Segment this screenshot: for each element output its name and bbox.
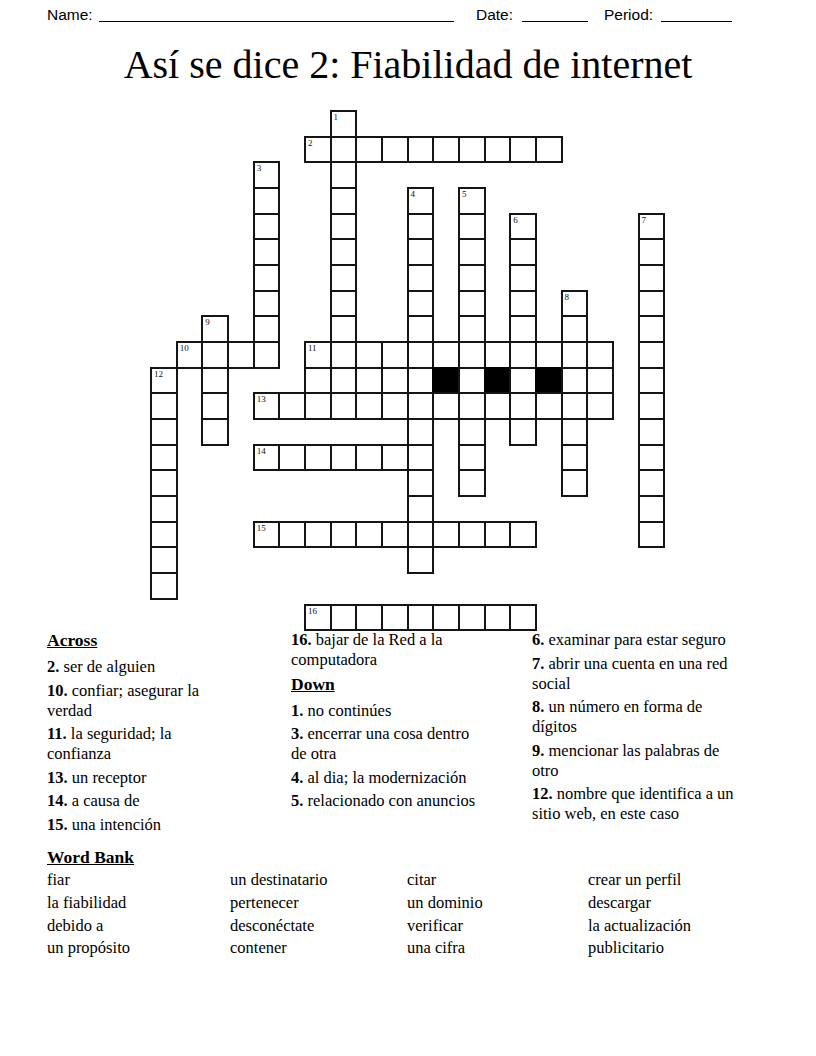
answer-cell-r10c7[interactable] — [330, 367, 358, 395]
puzzle-title: Así se dice 2: Fiabilidad de internet — [0, 42, 816, 88]
answer-cell-r9c8[interactable] — [355, 341, 383, 369]
clue-down-7: 7. abrir una cuenta en una red social — [532, 654, 744, 694]
answer-cell-r9c15[interactable] — [535, 341, 563, 369]
word-bank-column-3: citarun dominioverificaruna cifra — [407, 869, 483, 960]
answer-cell-r12c12[interactable] — [458, 418, 486, 446]
clue-down-9: 9. mencionar las palabras de otro — [532, 741, 744, 781]
cell-number-9: 9 — [205, 317, 210, 327]
clue-column-across: Across2. ser de alguien10. confiar; aseg… — [47, 630, 239, 838]
answer-cell-r15c19[interactable] — [638, 495, 666, 523]
clue-number-label: 8. — [532, 697, 544, 716]
answer-cell-r9c11[interactable] — [432, 341, 460, 369]
answer-cell-r7c16[interactable]: 8 — [561, 290, 589, 318]
word-bank-item: descargar — [588, 892, 691, 915]
answer-cell-r9c1[interactable]: 10 — [176, 341, 204, 369]
answer-cell-r7c4[interactable] — [253, 290, 281, 318]
clue-down-12: 12. nombre que identifica a un sitio web… — [532, 784, 744, 824]
answer-cell-r13c10[interactable] — [407, 444, 435, 472]
clue-column-middle: 16. bajar de la Red a la computadoraDown… — [291, 630, 481, 815]
period-label: Period: — [604, 6, 653, 24]
word-bank-item: publicitario — [588, 937, 691, 960]
clue-number-label: 12. — [532, 784, 553, 803]
black-cell-r10c15 — [535, 367, 563, 395]
answer-cell-r1c6[interactable]: 2 — [304, 136, 332, 164]
answer-cell-r1c10[interactable] — [407, 136, 435, 164]
answer-cell-r3c12[interactable]: 5 — [458, 187, 486, 215]
answer-cell-r16c0[interactable] — [150, 521, 178, 549]
answer-cell-r4c12[interactable] — [458, 213, 486, 241]
answer-cell-r11c15[interactable] — [535, 392, 563, 420]
answer-cell-r8c12[interactable] — [458, 315, 486, 343]
answer-cell-r11c14[interactable] — [509, 392, 537, 420]
answer-cell-r8c19[interactable] — [638, 315, 666, 343]
clue-across-13: 13. un receptor — [47, 768, 239, 788]
answer-cell-r12c2[interactable] — [201, 418, 229, 446]
answer-cell-r5c12[interactable] — [458, 238, 486, 266]
answer-cell-r11c9[interactable] — [381, 392, 409, 420]
cell-number-4: 4 — [411, 189, 416, 199]
answer-cell-r10c9[interactable] — [381, 367, 409, 395]
answer-cell-r16c4[interactable]: 15 — [253, 521, 281, 549]
cell-number-16: 16 — [308, 606, 317, 616]
clue-across-11: 11. la seguridad; la confianza — [47, 724, 239, 764]
name-blank-line — [99, 6, 454, 22]
word-bank-item: contener — [230, 937, 328, 960]
black-cell-r10c13 — [484, 367, 512, 395]
word-bank-item: la actualización — [588, 915, 691, 938]
clue-down-5: 5. relacionado con anuncios — [291, 791, 481, 811]
answer-cell-r16c8[interactable] — [355, 521, 383, 549]
answer-cell-r10c6[interactable] — [304, 367, 332, 395]
answer-cell-r6c14[interactable] — [509, 264, 537, 292]
answer-cell-r19c9[interactable] — [381, 604, 409, 632]
clue-down-1: 1. no continúes — [291, 701, 481, 721]
answer-cell-r12c19[interactable] — [638, 418, 666, 446]
clue-across-16: 16. bajar de la Red a la computadora — [291, 630, 481, 670]
answer-cell-r5c14[interactable] — [509, 238, 537, 266]
cell-number-7: 7 — [642, 215, 647, 225]
answer-cell-r13c8[interactable] — [355, 444, 383, 472]
answer-cell-r13c6[interactable] — [304, 444, 332, 472]
answer-cell-r7c19[interactable] — [638, 290, 666, 318]
answer-cell-r11c17[interactable] — [586, 392, 614, 420]
cell-number-12: 12 — [154, 369, 163, 379]
date-blank-line — [522, 6, 588, 22]
answer-cell-r11c19[interactable] — [638, 392, 666, 420]
answer-cell-r10c14[interactable] — [509, 367, 537, 395]
answer-cell-r13c7[interactable] — [330, 444, 358, 472]
answer-cell-r11c7[interactable] — [330, 392, 358, 420]
answer-cell-r1c11[interactable] — [432, 136, 460, 164]
clue-down-4: 4. al dia; la modernización — [291, 768, 481, 788]
clue-number-label: 3. — [291, 724, 303, 743]
word-bank-item: verificar — [407, 915, 483, 938]
answer-cell-r3c4[interactable] — [253, 187, 281, 215]
answer-cell-r16c6[interactable] — [304, 521, 332, 549]
answer-cell-r6c12[interactable] — [458, 264, 486, 292]
word-bank-item: crear un perfil — [588, 869, 691, 892]
word-bank-item: un destinatario — [230, 869, 328, 892]
answer-cell-r9c12[interactable] — [458, 341, 486, 369]
answer-cell-r4c14[interactable]: 6 — [509, 213, 537, 241]
answer-cell-r9c3[interactable] — [227, 341, 255, 369]
answer-cell-r11c6[interactable] — [304, 392, 332, 420]
answer-cell-r10c16[interactable] — [561, 367, 589, 395]
answer-cell-r16c11[interactable] — [432, 521, 460, 549]
cell-number-6: 6 — [513, 215, 518, 225]
word-bank-item: desconéctate — [230, 915, 328, 938]
clue-across-2: 2. ser de alguien — [47, 657, 239, 677]
worksheet-page: Name: Date: Period: Así se dice 2: Fiabi… — [0, 0, 816, 1056]
answer-cell-r1c7[interactable] — [330, 136, 358, 164]
answer-cell-r13c0[interactable] — [150, 444, 178, 472]
answer-cell-r17c10[interactable] — [407, 546, 435, 574]
word-bank-item: un dominio — [407, 892, 483, 915]
answer-cell-r13c4[interactable]: 14 — [253, 444, 281, 472]
answer-cell-r12c16[interactable] — [561, 418, 589, 446]
answer-cell-r6c19[interactable] — [638, 264, 666, 292]
answer-cell-r9c10[interactable] — [407, 341, 435, 369]
word-bank-column-1: fiarla fiabilidaddebido aun propósito — [47, 869, 130, 960]
answer-cell-r9c4[interactable] — [253, 341, 281, 369]
cell-number-8: 8 — [565, 292, 570, 302]
cell-number-2: 2 — [308, 138, 313, 148]
answer-cell-r1c15[interactable] — [535, 136, 563, 164]
word-bank-item: debido a — [47, 915, 130, 938]
answer-cell-r19c12[interactable] — [458, 604, 486, 632]
answer-cell-r16c7[interactable] — [330, 521, 358, 549]
clue-number-label: 9. — [532, 741, 544, 760]
answer-cell-r6c7[interactable] — [330, 264, 358, 292]
answer-cell-r4c19[interactable]: 7 — [638, 213, 666, 241]
answer-cell-r11c5[interactable] — [278, 392, 306, 420]
answer-cell-r16c13[interactable] — [484, 521, 512, 549]
word-bank-column-2: un destinatariopertenecerdesconéctatecon… — [230, 869, 328, 960]
answer-cell-r2c4[interactable]: 3 — [253, 161, 281, 189]
word-bank-column-4: crear un perfildescargarla actualización… — [588, 869, 691, 960]
answer-cell-r19c10[interactable] — [407, 604, 435, 632]
answer-cell-r7c10[interactable] — [407, 290, 435, 318]
answer-cell-r5c10[interactable] — [407, 238, 435, 266]
answer-cell-r12c0[interactable] — [150, 418, 178, 446]
answer-cell-r8c14[interactable] — [509, 315, 537, 343]
answer-cell-r10c19[interactable] — [638, 367, 666, 395]
clue-number-label: 5. — [291, 791, 303, 810]
cell-number-14: 14 — [257, 446, 266, 456]
clue-across-14: 14. a causa de — [47, 791, 239, 811]
answer-cell-r11c8[interactable] — [355, 392, 383, 420]
answer-cell-r16c9[interactable] — [381, 521, 409, 549]
answer-cell-r5c7[interactable] — [330, 238, 358, 266]
answer-cell-r11c10[interactable] — [407, 392, 435, 420]
answer-cell-r15c0[interactable] — [150, 495, 178, 523]
answer-cell-r8c10[interactable] — [407, 315, 435, 343]
answer-cell-r10c8[interactable] — [355, 367, 383, 395]
word-bank-header: Word Bank — [47, 847, 134, 868]
answer-cell-r1c9[interactable] — [381, 136, 409, 164]
answer-cell-r11c11[interactable] — [432, 392, 460, 420]
word-bank-item: fiar — [47, 869, 130, 892]
clue-down-3: 3. encerrar una cosa dentro de otra — [291, 724, 481, 764]
black-cell-r10c11 — [432, 367, 460, 395]
answer-cell-r8c2[interactable]: 9 — [201, 315, 229, 343]
answer-cell-r14c16[interactable] — [561, 469, 589, 497]
answer-cell-r19c14[interactable] — [509, 604, 537, 632]
answer-cell-r0c7[interactable]: 1 — [330, 110, 358, 138]
answer-cell-r10c0[interactable]: 12 — [150, 367, 178, 395]
clue-number-label: 4. — [291, 768, 303, 787]
answer-cell-r8c4[interactable] — [253, 315, 281, 343]
answer-cell-r13c9[interactable] — [381, 444, 409, 472]
clue-down-8: 8. un número en forma de dígitos — [532, 697, 744, 737]
clue-column-right: 6. examinar para estar seguro7. abrir un… — [532, 630, 744, 828]
answer-cell-r13c19[interactable] — [638, 444, 666, 472]
clue-number-label: 1. — [291, 701, 303, 720]
answer-cell-r13c16[interactable] — [561, 444, 589, 472]
answer-cell-r13c12[interactable] — [458, 444, 486, 472]
clue-number-label: 13. — [47, 768, 68, 787]
clue-number-label: 14. — [47, 791, 68, 810]
clue-number-label: 7. — [532, 654, 544, 673]
answer-cell-r14c19[interactable] — [638, 469, 666, 497]
answer-cell-r9c2[interactable] — [201, 341, 229, 369]
cell-number-1: 1 — [334, 112, 339, 122]
cell-number-5: 5 — [462, 189, 467, 199]
answer-cell-r7c12[interactable] — [458, 290, 486, 318]
answer-cell-r12c10[interactable] — [407, 418, 435, 446]
answer-cell-r5c19[interactable] — [638, 238, 666, 266]
answer-cell-r7c7[interactable] — [330, 290, 358, 318]
answer-cell-r8c7[interactable] — [330, 315, 358, 343]
answer-cell-r9c13[interactable] — [484, 341, 512, 369]
answer-cell-r16c19[interactable] — [638, 521, 666, 549]
answer-cell-r4c10[interactable] — [407, 213, 435, 241]
answer-cell-r16c12[interactable] — [458, 521, 486, 549]
answer-cell-r19c7[interactable] — [330, 604, 358, 632]
cell-number-11: 11 — [308, 343, 317, 353]
answer-cell-r10c12[interactable] — [458, 367, 486, 395]
answer-cell-r14c12[interactable] — [458, 469, 486, 497]
answer-cell-r1c12[interactable] — [458, 136, 486, 164]
answer-cell-r10c10[interactable] — [407, 367, 435, 395]
answer-cell-r9c17[interactable] — [586, 341, 614, 369]
answer-cell-r1c13[interactable] — [484, 136, 512, 164]
answer-cell-r3c7[interactable] — [330, 187, 358, 215]
answer-cell-r19c8[interactable] — [355, 604, 383, 632]
answer-cell-r19c6[interactable]: 16 — [304, 604, 332, 632]
clue-number-label: 2. — [47, 657, 59, 676]
period-blank-line — [661, 6, 732, 22]
answer-cell-r13c5[interactable] — [278, 444, 306, 472]
answer-cell-r11c16[interactable] — [561, 392, 589, 420]
answer-cell-r9c19[interactable] — [638, 341, 666, 369]
answer-cell-r16c5[interactable] — [278, 521, 306, 549]
answer-cell-r8c16[interactable] — [561, 315, 589, 343]
clue-across-10: 10. confiar; asegurar la verdad — [47, 681, 239, 721]
answer-cell-r17c0[interactable] — [150, 546, 178, 574]
down-header: Down — [291, 674, 481, 695]
clue-number-label: 11. — [47, 724, 67, 743]
answer-cell-r1c8[interactable] — [355, 136, 383, 164]
word-bank-item: un propósito — [47, 937, 130, 960]
answer-cell-r19c13[interactable] — [484, 604, 512, 632]
answer-cell-r6c4[interactable] — [253, 264, 281, 292]
answer-cell-r1c14[interactable] — [509, 136, 537, 164]
answer-cell-r5c4[interactable] — [253, 238, 281, 266]
answer-cell-r19c11[interactable] — [432, 604, 460, 632]
answer-cell-r6c10[interactable] — [407, 264, 435, 292]
clue-number-label: 6. — [532, 630, 544, 649]
answer-cell-r15c10[interactable] — [407, 495, 435, 523]
word-bank-item: citar — [407, 869, 483, 892]
answer-cell-r3c10[interactable]: 4 — [407, 187, 435, 215]
clue-across-15: 15. una intención — [47, 815, 239, 835]
answer-cell-r9c16[interactable] — [561, 341, 589, 369]
answer-cell-r16c10[interactable] — [407, 521, 435, 549]
across-header: Across — [47, 630, 239, 651]
word-bank-item: una cifra — [407, 937, 483, 960]
answer-cell-r11c0[interactable] — [150, 392, 178, 420]
date-label: Date: — [476, 6, 513, 24]
cell-number-3: 3 — [257, 163, 262, 173]
answer-cell-r9c6[interactable]: 11 — [304, 341, 332, 369]
answer-cell-r4c4[interactable] — [253, 213, 281, 241]
answer-cell-r12c14[interactable] — [509, 418, 537, 446]
clue-number-label: 16. — [291, 630, 312, 649]
answer-cell-r7c14[interactable] — [509, 290, 537, 318]
answer-cell-r10c17[interactable] — [586, 367, 614, 395]
answer-cell-r9c14[interactable] — [509, 341, 537, 369]
answer-cell-r11c2[interactable] — [201, 392, 229, 420]
word-bank-item: pertenecer — [230, 892, 328, 915]
answer-cell-r14c10[interactable] — [407, 469, 435, 497]
answer-cell-r11c12[interactable] — [458, 392, 486, 420]
word-bank-item: la fiabilidad — [47, 892, 130, 915]
answer-cell-r9c7[interactable] — [330, 341, 358, 369]
answer-cell-r11c13[interactable] — [484, 392, 512, 420]
answer-cell-r14c0[interactable] — [150, 469, 178, 497]
clue-down-6: 6. examinar para estar seguro — [532, 630, 744, 650]
name-label: Name: — [47, 6, 93, 24]
answer-cell-r18c0[interactable] — [150, 572, 178, 600]
cell-number-10: 10 — [180, 343, 189, 353]
answer-cell-r4c7[interactable] — [330, 213, 358, 241]
clue-number-label: 10. — [47, 681, 68, 700]
answer-cell-r10c2[interactable] — [201, 367, 229, 395]
cell-number-15: 15 — [257, 523, 266, 533]
clue-number-label: 15. — [47, 815, 68, 834]
answer-cell-r9c9[interactable] — [381, 341, 409, 369]
cell-number-13: 13 — [257, 394, 266, 404]
crossword-grid: 12345678910111213141516 — [150, 110, 666, 630]
answer-cell-r16c14[interactable] — [509, 521, 537, 549]
answer-cell-r2c7[interactable] — [330, 161, 358, 189]
answer-cell-r11c4[interactable]: 13 — [253, 392, 281, 420]
